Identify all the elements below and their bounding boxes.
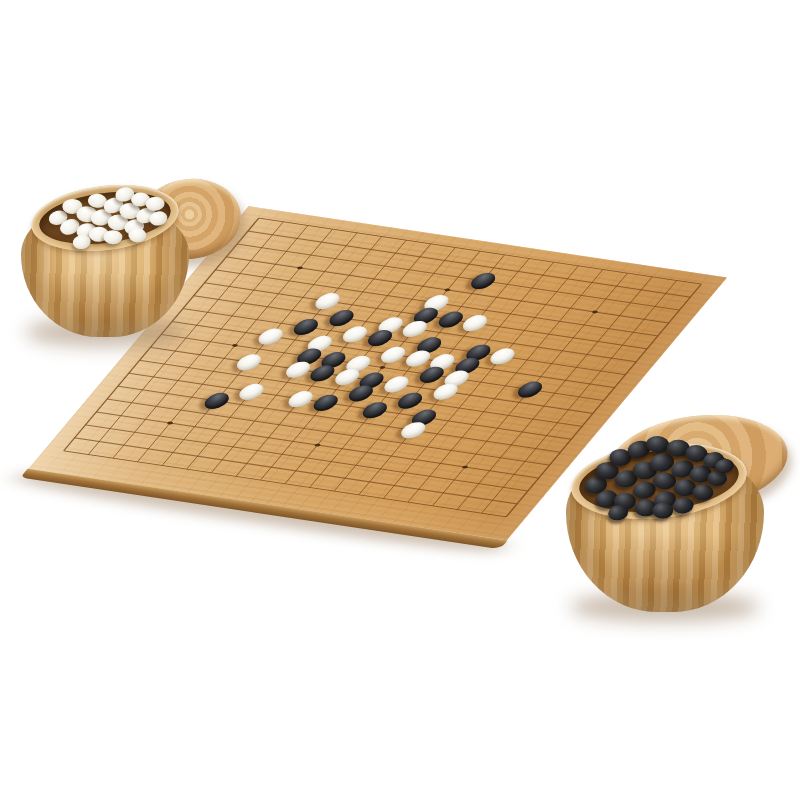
black-bowl-stone <box>707 471 727 486</box>
black-stone-bowl <box>562 422 768 614</box>
white-bowl-stone <box>128 228 147 243</box>
white-stone-bowl <box>18 185 192 339</box>
white-bowl-stones <box>44 183 169 247</box>
white-bowl-stone <box>103 230 122 244</box>
black-bowl-stone <box>693 485 714 501</box>
go-set-product-photo <box>0 0 800 800</box>
black-bowl-stones <box>581 428 740 517</box>
white-bowl-stone <box>145 196 165 211</box>
white-bowl-stone <box>71 233 91 250</box>
black-bowl-stone <box>652 502 673 518</box>
